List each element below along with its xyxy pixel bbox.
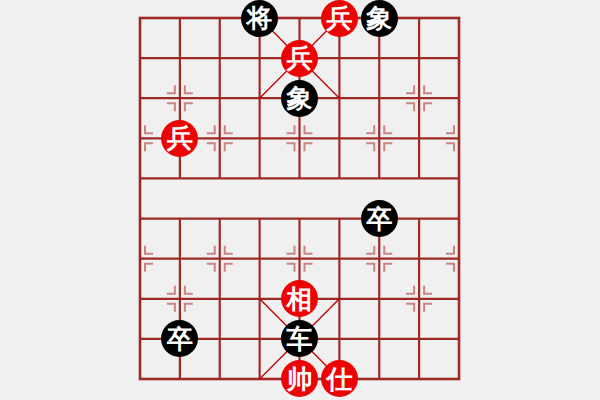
- piece-red-soldier[interactable]: 兵: [281, 40, 318, 77]
- piece-black-elephant[interactable]: 象: [281, 80, 318, 117]
- piece-black-soldier[interactable]: 卒: [361, 200, 398, 237]
- piece-black-elephant[interactable]: 象: [361, 0, 398, 37]
- piece-black-general[interactable]: 将: [241, 0, 278, 37]
- piece-red-general[interactable]: 帅: [281, 360, 318, 397]
- piece-red-elephant[interactable]: 相: [281, 280, 318, 317]
- pieces-layer: 将兵象兵象兵卒相卒车帅仕: [120, 0, 479, 399]
- piece-black-soldier[interactable]: 卒: [161, 320, 198, 357]
- piece-red-soldier[interactable]: 兵: [321, 0, 358, 37]
- piece-red-advisor[interactable]: 仕: [321, 360, 358, 397]
- xiangqi-board: 将兵象兵象兵卒相卒车帅仕: [0, 0, 600, 400]
- piece-black-chariot[interactable]: 车: [281, 320, 318, 357]
- piece-red-soldier[interactable]: 兵: [161, 120, 198, 157]
